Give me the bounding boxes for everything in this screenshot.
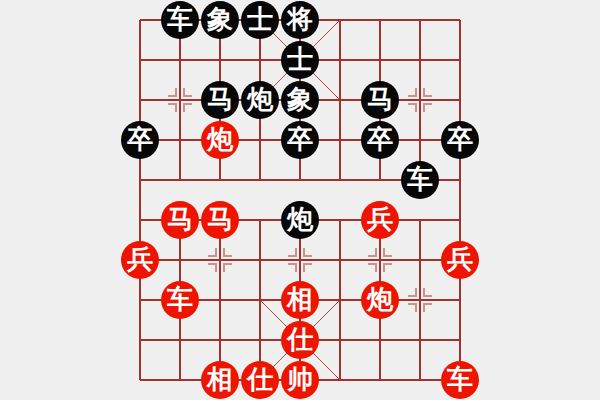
piece-black-advisor[interactable]: 士 (281, 41, 319, 79)
piece-black-advisor[interactable]: 士 (241, 1, 279, 39)
piece-black-cannon[interactable]: 炮 (281, 201, 319, 239)
piece-red-horse[interactable]: 马 (161, 201, 199, 239)
piece-black-soldier[interactable]: 卒 (441, 121, 479, 159)
pieces-layer[interactable]: 车象士将士马炮象马卒炮卒卒卒车马马炮兵兵兵车相炮仕相仕帅车 (120, 0, 480, 400)
piece-black-chariot[interactable]: 车 (161, 1, 199, 39)
xiangqi-screenshot: 车象士将士马炮象马卒炮卒卒卒车马马炮兵兵兵车相炮仕相仕帅车 (0, 0, 600, 400)
piece-red-horse[interactable]: 马 (201, 201, 239, 239)
piece-black-soldier[interactable]: 卒 (121, 121, 159, 159)
piece-red-advisor[interactable]: 仕 (281, 321, 319, 359)
piece-red-soldier[interactable]: 兵 (441, 241, 479, 279)
piece-red-general[interactable]: 帅 (281, 361, 319, 399)
piece-red-chariot[interactable]: 车 (441, 361, 479, 399)
piece-black-horse[interactable]: 马 (201, 81, 239, 119)
piece-black-cannon[interactable]: 炮 (241, 81, 279, 119)
piece-red-advisor[interactable]: 仕 (241, 361, 279, 399)
piece-black-elephant[interactable]: 象 (201, 1, 239, 39)
piece-red-cannon[interactable]: 炮 (201, 121, 239, 159)
piece-black-general[interactable]: 将 (281, 1, 319, 39)
piece-red-soldier[interactable]: 兵 (121, 241, 159, 279)
piece-black-soldier[interactable]: 卒 (281, 121, 319, 159)
piece-red-cannon[interactable]: 炮 (361, 281, 399, 319)
piece-red-elephant[interactable]: 相 (281, 281, 319, 319)
piece-black-horse[interactable]: 马 (361, 81, 399, 119)
piece-red-chariot[interactable]: 车 (161, 281, 199, 319)
piece-black-chariot[interactable]: 车 (401, 161, 439, 199)
piece-red-soldier[interactable]: 兵 (361, 201, 399, 239)
piece-red-elephant[interactable]: 相 (201, 361, 239, 399)
piece-black-soldier[interactable]: 卒 (361, 121, 399, 159)
piece-black-elephant[interactable]: 象 (281, 81, 319, 119)
